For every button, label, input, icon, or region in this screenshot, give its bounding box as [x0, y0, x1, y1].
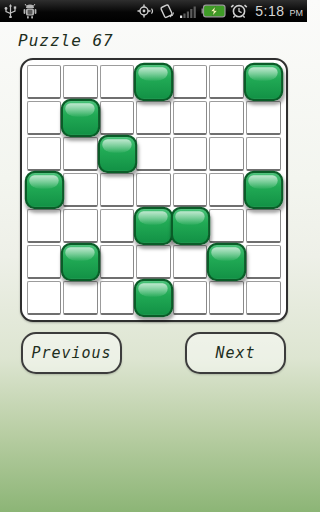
screen-rotation-icon [158, 3, 176, 19]
board-cell-r3c5[interactable] [173, 137, 208, 171]
board-cell-r3c2[interactable] [63, 137, 98, 171]
puzzle-board-frame [20, 58, 288, 322]
board-cell-r3c1[interactable] [27, 137, 62, 171]
board-cell-r1c6[interactable] [209, 65, 244, 99]
board-cell-r6c7[interactable] [246, 245, 281, 279]
board-cell-r5c1[interactable] [27, 209, 62, 243]
status-bar-right: 5:18 PM [137, 3, 303, 19]
board-cell-r7c3[interactable] [100, 281, 135, 315]
board-cell-r4c1-on[interactable] [24, 171, 63, 209]
board-cell-r2c1[interactable] [27, 101, 62, 135]
signal-strength-icon [180, 4, 197, 19]
nav-controls: Previous Next [0, 332, 307, 374]
gps-location-icon [137, 3, 154, 19]
alarm-clock-icon [230, 3, 248, 19]
board-cell-r4c6[interactable] [209, 173, 244, 207]
board-cell-r6c5[interactable] [173, 245, 208, 279]
status-bar: 5:18 PM [0, 0, 307, 22]
usb-icon [4, 4, 17, 19]
board-cell-r4c7-on[interactable] [244, 171, 283, 209]
board-cell-r1c1[interactable] [27, 65, 62, 99]
board-cell-r7c5[interactable] [173, 281, 208, 315]
board-cell-r1c3[interactable] [100, 65, 135, 99]
board-cell-r1c2[interactable] [63, 65, 98, 99]
board-cell-r4c4[interactable] [136, 173, 171, 207]
board-cell-r5c5-on[interactable] [171, 207, 210, 245]
status-bar-left [4, 3, 37, 19]
board-cell-r7c1[interactable] [27, 281, 62, 315]
board-cell-r5c2[interactable] [63, 209, 98, 243]
board-cell-r7c6[interactable] [209, 281, 244, 315]
next-button[interactable]: Next [185, 332, 286, 374]
board-cell-r4c5[interactable] [173, 173, 208, 207]
board-cell-r7c7[interactable] [246, 281, 281, 315]
board-cell-r1c5[interactable] [173, 65, 208, 99]
board-cell-r5c4-on[interactable] [134, 207, 173, 245]
board-cell-r4c2[interactable] [63, 173, 98, 207]
board-cell-r2c2-on[interactable] [61, 99, 100, 137]
board-cell-r3c4[interactable] [136, 137, 171, 171]
puzzle-board [27, 65, 281, 315]
board-cell-r2c3[interactable] [100, 101, 135, 135]
clock-meridiem: PM [290, 5, 304, 18]
board-cell-r6c4[interactable] [136, 245, 171, 279]
board-cell-r5c3[interactable] [100, 209, 135, 243]
board-cell-r1c4-on[interactable] [134, 63, 173, 101]
board-cell-r3c3-on[interactable] [97, 135, 136, 173]
clock-time: 5:18 [255, 3, 284, 19]
board-cell-r7c2[interactable] [63, 281, 98, 315]
board-cell-r6c3[interactable] [100, 245, 135, 279]
board-cell-r5c7[interactable] [246, 209, 281, 243]
board-cell-r2c5[interactable] [173, 101, 208, 135]
board-cell-r1c7-on[interactable] [244, 63, 283, 101]
previous-button[interactable]: Previous [21, 332, 122, 374]
board-cell-r6c1[interactable] [27, 245, 62, 279]
battery-charging-icon [201, 4, 226, 18]
board-cell-r6c6-on[interactable] [207, 243, 246, 281]
board-cell-r7c4-on[interactable] [134, 279, 173, 317]
board-cell-r3c6[interactable] [209, 137, 244, 171]
board-cell-r2c6[interactable] [209, 101, 244, 135]
page-title: Puzzle 67 [18, 31, 307, 50]
android-debug-icon [23, 3, 37, 19]
board-cell-r6c2-on[interactable] [61, 243, 100, 281]
board-cell-r2c4[interactable] [136, 101, 171, 135]
board-cell-r2c7[interactable] [246, 101, 281, 135]
board-cell-r3c7[interactable] [246, 137, 281, 171]
board-cell-r5c6[interactable] [209, 209, 244, 243]
board-cell-r4c3[interactable] [100, 173, 135, 207]
